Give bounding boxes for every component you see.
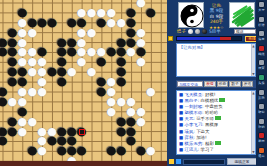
sidebar-button-帮助[interactable]: 帮助: [257, 118, 267, 130]
black-stone: ●: [47, 136, 57, 146]
white-stone: ●: [37, 87, 47, 97]
sidebar-label: 研究: [258, 110, 264, 114]
sidebar-label: 头像: [258, 81, 264, 85]
white-player-avatar[interactable]: [229, 2, 255, 28]
sidebar-icon: [258, 118, 265, 125]
black-stone-icon: [202, 29, 207, 34]
sidebar-label: 战绩: [258, 52, 264, 56]
black-stone: ●: [47, 17, 57, 27]
white-stone-icon: [188, 29, 193, 34]
sidebar-icon: [258, 16, 265, 23]
white-stone: ●: [27, 87, 37, 97]
sidebar-label: 大厅: [258, 8, 264, 12]
white-stone: ●: [27, 116, 37, 126]
board-bottom-edge: [0, 161, 167, 166]
sidebar-label: 退出: [258, 154, 264, 158]
black-stone: ●: [0, 136, 7, 146]
komi-note: 5目半: [209, 29, 221, 34]
capture-row: 提子 5目半 棋谱: [177, 28, 256, 34]
white-stone: ●: [37, 146, 47, 156]
black-stone: ●: [126, 136, 136, 146]
toolbar-button[interactable]: 表情: [204, 81, 216, 87]
toolbar-button[interactable]: 数子: [229, 81, 241, 87]
emote-icon: [215, 116, 221, 120]
sidebar-label: 帮助: [258, 125, 264, 129]
white-stone: ●: [27, 27, 37, 37]
sidebar-button-形势[interactable]: 形势: [257, 89, 267, 101]
capture-label: 提子: [177, 29, 186, 34]
black-stone: ●: [77, 146, 87, 156]
chat-input[interactable]: [183, 159, 225, 165]
connection-status: 连线正常: [227, 158, 257, 165]
timer-icon: [168, 36, 173, 41]
black-stone: ●: [27, 146, 37, 156]
black-stone: ●: [0, 96, 7, 106]
sidebar-button-保存[interactable]: 保存: [257, 30, 267, 42]
white-stone: ●: [17, 126, 27, 136]
sidebar-label: 棋谱: [258, 23, 264, 27]
sidebar-label: 形势: [258, 96, 264, 100]
chat-panel[interactable]: ■ 飞天棋圣: 好棋!■ 黑白子: 白棋稍优■ 一剑封喉: 中盘胜负■ 观棋不语…: [176, 90, 256, 155]
white-stone: ●: [146, 87, 156, 97]
sidebar-icon: [258, 1, 265, 8]
black-stone: ●: [47, 67, 57, 77]
record-dropdown[interactable]: 棋谱: [234, 29, 256, 34]
sidebar-icon: [258, 45, 265, 52]
white-stone: ●: [116, 17, 126, 27]
kibitz-scrollbar[interactable]: ▲▼: [251, 44, 255, 76]
black-stone: ●: [96, 57, 106, 67]
black-stone: ●: [0, 47, 7, 57]
black-stone: ●: [116, 77, 126, 87]
white-stone: ●: [116, 96, 126, 106]
chat-scrollbar[interactable]: ▲▼: [251, 91, 255, 154]
sidebar-icon: [258, 147, 265, 154]
white-stone: ●: [87, 27, 97, 37]
black-stone: ●: [96, 17, 106, 27]
toolbar-button[interactable]: 发送: [242, 81, 254, 87]
sidebar-button-头像[interactable]: 头像: [257, 74, 267, 86]
black-stone: ●: [146, 7, 156, 17]
toolbar-button[interactable]: 形势: [217, 81, 229, 87]
white-stone: ●: [136, 57, 146, 67]
go-board-grid: ●●●●●●●●●●●●●●●●●●●●●●●●●●●●●●●●●●●●●●●●…: [0, 0, 166, 161]
kibitz-panel[interactable]: 【让先对局】 ▲▼: [176, 43, 256, 77]
white-stone: ●: [146, 146, 156, 156]
sidebar-icon: [258, 30, 265, 37]
black-player-avatar[interactable]: [178, 2, 204, 28]
black-stone: ●: [57, 77, 67, 87]
black-stone: ●: [106, 146, 116, 156]
black-stone: ●: [7, 77, 17, 87]
sidebar-button-棋谱[interactable]: 棋谱: [257, 16, 267, 28]
sidebar-icon: [258, 74, 265, 81]
black-stone: ●: [116, 146, 126, 156]
sidebar-label: 举报: [258, 140, 264, 144]
white-stone: ●: [126, 47, 136, 57]
sidebar-button-举报[interactable]: 举报: [257, 132, 267, 144]
sidebar-button-设置[interactable]: 设置: [257, 59, 267, 71]
yin-yang-icon: [180, 4, 204, 28]
sidebar-button-column: 大厅棋谱保存战绩设置头像形势研究帮助举报退出: [256, 0, 267, 166]
white-stone: ●: [87, 67, 97, 77]
gray-stone-icon: [195, 29, 200, 34]
white-stone: ●: [7, 96, 17, 106]
go-board[interactable]: ●●●●●●●●●●●●●●●●●●●●●●●●●●●●●●●●●●●●●●●●…: [0, 0, 167, 161]
white-stone: ●: [136, 0, 146, 7]
black-stone: ●: [106, 47, 116, 57]
black-stone: ●: [136, 146, 146, 156]
sidebar-icon: [258, 89, 265, 96]
black-stone: ●: [96, 87, 106, 97]
black-stone: ●: [57, 146, 67, 156]
white-stone: ●: [87, 47, 97, 57]
black-stone: ●: [67, 47, 77, 57]
sidebar-button-退出[interactable]: 退出: [257, 147, 267, 159]
white-stone: ●: [106, 106, 116, 116]
emoticon-icon[interactable]: [169, 159, 174, 164]
white-stone: ●: [67, 67, 77, 77]
sidebar-label: 设置: [258, 67, 264, 71]
green-scribble-icon: [231, 4, 255, 28]
white-stone: ●: [27, 67, 37, 77]
white-stone: ●: [106, 17, 116, 27]
progress-row: 竞猜: [167, 35, 259, 42]
sidebar-button-大厅[interactable]: 大厅: [257, 1, 267, 13]
black-stone: ●: [7, 126, 17, 136]
sidebar-icon: [258, 103, 265, 110]
kibitz-header-text: 【让先对局】: [177, 44, 255, 50]
match-info: 让先黑 9段白 9段240手★★★☆: [205, 3, 228, 30]
chat-toolbar: 与棋友交谈 表情形势数子发送: [176, 80, 256, 88]
white-stone: ●: [136, 116, 146, 126]
black-stone: ●: [67, 17, 77, 27]
emote-icon: [219, 98, 225, 102]
sidebar-button-研究[interactable]: 研究: [257, 103, 267, 115]
white-stone: ●: [77, 57, 87, 67]
chat-message-list: ■ 飞天棋圣: 好棋!■ 黑白子: 白棋稍优■ 一剑封喉: 中盘胜负■ 观棋不语…: [177, 91, 255, 153]
settings-icon[interactable]: [176, 159, 181, 164]
black-stone: ●: [37, 17, 47, 27]
sidebar-label: 保存: [258, 37, 264, 41]
black-stone: ●: [77, 126, 87, 136]
game-progress-bar: [176, 36, 242, 41]
game-info-panel: 让先黑 9段白 9段240手★★★☆ 提子 5目半 棋谱 竞猜 【让先对局】 ▲…: [167, 0, 267, 166]
emote-icon: [215, 141, 221, 145]
sidebar-button-战绩[interactable]: 战绩: [257, 45, 267, 57]
go-client-window: ●●●●●●●●●●●●●●●●●●●●●●●●●●●●●●●●●●●●●●●●…: [0, 0, 267, 166]
chat-input-bar: 连线正常: [167, 157, 259, 166]
chat-message: ■ 江流儿: 学习了: [179, 147, 250, 153]
white-stone: ●: [87, 7, 97, 17]
chat-target-combo[interactable]: 与棋友交谈: [177, 81, 203, 87]
black-stone: ●: [116, 126, 126, 136]
